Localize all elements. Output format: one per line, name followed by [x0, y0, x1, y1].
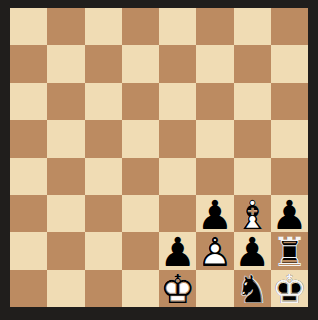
- square-a3[interactable]: [10, 195, 47, 232]
- square-a6[interactable]: [10, 83, 47, 120]
- square-h7[interactable]: [271, 45, 308, 82]
- square-h4[interactable]: [271, 158, 308, 195]
- white-pawn[interactable]: ♟♙: [196, 232, 233, 269]
- square-a2[interactable]: [10, 232, 47, 269]
- square-d5[interactable]: [122, 120, 159, 157]
- square-h2[interactable]: ♜♖: [271, 232, 308, 269]
- square-e2[interactable]: ♟: [159, 232, 196, 269]
- square-f8[interactable]: [196, 8, 233, 45]
- square-d4[interactable]: [122, 158, 159, 195]
- square-h3[interactable]: ♟: [271, 195, 308, 232]
- square-d1[interactable]: [122, 270, 159, 307]
- black-pawn[interactable]: ♟: [159, 232, 196, 269]
- white-king[interactable]: ♚♔: [159, 270, 196, 307]
- square-c3[interactable]: [85, 195, 122, 232]
- piece-fill-glyph: ♟: [196, 196, 233, 233]
- square-g4[interactable]: [234, 158, 271, 195]
- piece-outline-glyph: ♙: [196, 233, 233, 270]
- square-f3[interactable]: ♟: [196, 195, 233, 232]
- square-c7[interactable]: [85, 45, 122, 82]
- square-f1[interactable]: [196, 270, 233, 307]
- square-f5[interactable]: [196, 120, 233, 157]
- square-d8[interactable]: [122, 8, 159, 45]
- piece-outline-glyph: ♔: [271, 271, 308, 308]
- chess-board: ♟♝♗♟♟♟♙♟♜♖♚♔♞♘♚♔: [10, 8, 308, 307]
- square-c8[interactable]: [85, 8, 122, 45]
- square-a5[interactable]: [10, 120, 47, 157]
- square-h1[interactable]: ♚♔: [271, 270, 308, 307]
- square-b1[interactable]: [47, 270, 84, 307]
- piece-fill-glyph: ♟: [159, 233, 196, 270]
- piece-fill-glyph: ♟: [234, 233, 271, 270]
- square-h8[interactable]: [271, 8, 308, 45]
- square-h5[interactable]: [271, 120, 308, 157]
- square-e1[interactable]: ♚♔: [159, 270, 196, 307]
- square-b7[interactable]: [47, 45, 84, 82]
- square-d3[interactable]: [122, 195, 159, 232]
- square-b6[interactable]: [47, 83, 84, 120]
- square-e3[interactable]: [159, 195, 196, 232]
- square-f2[interactable]: ♟♙: [196, 232, 233, 269]
- square-b5[interactable]: [47, 120, 84, 157]
- square-a4[interactable]: [10, 158, 47, 195]
- black-knight[interactable]: ♞♘: [234, 270, 271, 307]
- piece-outline-glyph: ♔: [159, 271, 196, 308]
- square-c5[interactable]: [85, 120, 122, 157]
- square-f4[interactable]: [196, 158, 233, 195]
- square-e4[interactable]: [159, 158, 196, 195]
- square-h6[interactable]: [271, 83, 308, 120]
- square-e7[interactable]: [159, 45, 196, 82]
- white-bishop[interactable]: ♝♗: [234, 195, 271, 232]
- square-b4[interactable]: [47, 158, 84, 195]
- square-a8[interactable]: [10, 8, 47, 45]
- square-a7[interactable]: [10, 45, 47, 82]
- square-a1[interactable]: [10, 270, 47, 307]
- square-e8[interactable]: [159, 8, 196, 45]
- black-pawn[interactable]: ♟: [234, 232, 271, 269]
- black-pawn[interactable]: ♟: [196, 195, 233, 232]
- piece-outline-glyph: ♘: [234, 271, 271, 308]
- square-f7[interactable]: [196, 45, 233, 82]
- square-g3[interactable]: ♝♗: [234, 195, 271, 232]
- square-b8[interactable]: [47, 8, 84, 45]
- square-d2[interactable]: [122, 232, 159, 269]
- black-pawn[interactable]: ♟: [271, 195, 308, 232]
- piece-outline-glyph: ♗: [234, 196, 271, 233]
- square-g7[interactable]: [234, 45, 271, 82]
- square-g2[interactable]: ♟: [234, 232, 271, 269]
- square-g6[interactable]: [234, 83, 271, 120]
- square-g1[interactable]: ♞♘: [234, 270, 271, 307]
- square-e5[interactable]: [159, 120, 196, 157]
- square-g5[interactable]: [234, 120, 271, 157]
- square-c1[interactable]: [85, 270, 122, 307]
- piece-outline-glyph: ♖: [271, 233, 308, 270]
- square-e6[interactable]: [159, 83, 196, 120]
- square-c6[interactable]: [85, 83, 122, 120]
- piece-fill-glyph: ♟: [271, 196, 308, 233]
- board-frame: ♟♝♗♟♟♟♙♟♜♖♚♔♞♘♚♔: [0, 0, 318, 320]
- square-f6[interactable]: [196, 83, 233, 120]
- square-b2[interactable]: [47, 232, 84, 269]
- square-c4[interactable]: [85, 158, 122, 195]
- black-rook[interactable]: ♜♖: [271, 232, 308, 269]
- square-d6[interactable]: [122, 83, 159, 120]
- black-king[interactable]: ♚♔: [271, 270, 308, 307]
- square-c2[interactable]: [85, 232, 122, 269]
- square-g8[interactable]: [234, 8, 271, 45]
- square-b3[interactable]: [47, 195, 84, 232]
- square-d7[interactable]: [122, 45, 159, 82]
